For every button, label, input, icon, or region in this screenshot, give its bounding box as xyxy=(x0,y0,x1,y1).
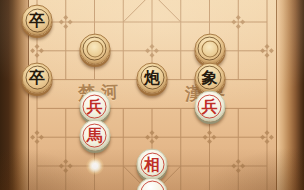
point-marker xyxy=(269,48,274,53)
point-marker xyxy=(30,48,35,53)
point-marker xyxy=(150,139,155,144)
point-marker xyxy=(63,168,68,173)
point-marker xyxy=(63,15,68,20)
piece-black-soldier[interactable]: 卒 xyxy=(22,62,53,93)
point-marker xyxy=(59,20,64,25)
point-marker xyxy=(236,159,241,164)
point-marker xyxy=(265,44,270,49)
point-marker xyxy=(260,48,265,53)
point-marker xyxy=(35,53,40,58)
point-marker xyxy=(68,20,73,25)
piece-red-soldier[interactable]: 兵 xyxy=(79,91,110,122)
piece-character: 卒 xyxy=(23,6,52,35)
piece-red-horse[interactable]: 馬 xyxy=(79,120,110,151)
point-marker xyxy=(35,130,40,135)
piece-character: 馬 xyxy=(80,121,109,150)
point-marker xyxy=(240,20,245,25)
right-wood-rail xyxy=(276,0,304,190)
point-marker xyxy=(150,130,155,135)
point-marker xyxy=(150,53,155,58)
point-marker xyxy=(211,135,216,140)
face-down-back xyxy=(201,40,218,57)
piece-black-cannon[interactable]: 炮 xyxy=(137,62,168,93)
move-indicator-dot xyxy=(86,157,104,175)
face-down-back xyxy=(86,40,103,57)
point-marker xyxy=(63,24,68,29)
point-marker xyxy=(203,135,208,140)
point-marker xyxy=(63,159,68,164)
piece-face-down[interactable] xyxy=(79,33,110,64)
point-marker xyxy=(236,168,241,173)
point-marker xyxy=(231,164,236,169)
point-marker xyxy=(154,135,159,140)
piece-character: 相 xyxy=(138,150,167,179)
point-marker xyxy=(265,130,270,135)
point-marker xyxy=(207,139,212,144)
point-marker xyxy=(269,135,274,140)
point-marker xyxy=(30,135,35,140)
point-marker xyxy=(240,164,245,169)
piece-character: 象 xyxy=(195,63,224,92)
xiangqi-board-screen: 楚河 漢界 卒卒炮象兵兵馬相 xyxy=(0,0,304,190)
point-marker xyxy=(265,53,270,58)
piece-red-soldier[interactable]: 兵 xyxy=(194,91,225,122)
point-marker xyxy=(68,164,73,169)
piece-red-elephant[interactable]: 相 xyxy=(137,149,168,180)
piece-black-soldier[interactable]: 卒 xyxy=(22,5,53,36)
piece-character: 卒 xyxy=(23,63,52,92)
piece-character: 炮 xyxy=(138,63,167,92)
point-marker xyxy=(39,135,44,140)
point-marker xyxy=(260,135,265,140)
point-marker xyxy=(236,15,241,20)
point-marker xyxy=(39,48,44,53)
piece-face-down[interactable] xyxy=(194,33,225,64)
point-marker xyxy=(207,130,212,135)
point-marker xyxy=(145,48,150,53)
piece-character: 兵 xyxy=(195,92,224,121)
point-marker xyxy=(236,24,241,29)
point-marker xyxy=(150,44,155,49)
point-marker xyxy=(145,135,150,140)
point-marker xyxy=(35,139,40,144)
point-marker xyxy=(35,44,40,49)
point-marker xyxy=(231,20,236,25)
point-marker xyxy=(154,48,159,53)
point-marker xyxy=(59,164,64,169)
piece-black-elephant[interactable]: 象 xyxy=(194,62,225,93)
piece-character: 兵 xyxy=(80,92,109,121)
piece-ring xyxy=(140,181,164,190)
point-marker xyxy=(265,139,270,144)
